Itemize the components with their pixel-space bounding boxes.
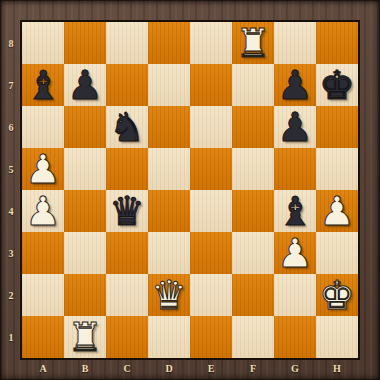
square-b5[interactable]	[64, 148, 106, 190]
file-label-c: C	[106, 357, 148, 380]
piece-white-king[interactable]: ♚	[316, 274, 358, 316]
file-label-a: A	[22, 357, 64, 380]
square-b4[interactable]	[64, 190, 106, 232]
square-h2[interactable]: ♚	[316, 274, 358, 316]
rank-label-5: 5	[0, 148, 22, 190]
square-d4[interactable]	[148, 190, 190, 232]
square-b8[interactable]	[64, 22, 106, 64]
square-g2[interactable]	[274, 274, 316, 316]
square-c6[interactable]: ♞	[106, 106, 148, 148]
square-g6[interactable]: ♟	[274, 106, 316, 148]
square-e1[interactable]	[190, 316, 232, 358]
square-h4[interactable]: ♟	[316, 190, 358, 232]
square-a8[interactable]	[22, 22, 64, 64]
square-d8[interactable]	[148, 22, 190, 64]
square-e2[interactable]	[190, 274, 232, 316]
square-c4[interactable]: ♛	[106, 190, 148, 232]
square-a7[interactable]: ♝	[22, 64, 64, 106]
piece-black-queen[interactable]: ♛	[106, 190, 148, 232]
square-d3[interactable]	[148, 232, 190, 274]
square-e4[interactable]	[190, 190, 232, 232]
file-label-b: B	[64, 357, 106, 380]
square-d1[interactable]	[148, 316, 190, 358]
square-e8[interactable]	[190, 22, 232, 64]
chess-app: ♜♝♟♟♚♞♟♟♟♛♝♟♟♛♚♜ 87654321ABCDEFGH	[0, 0, 380, 380]
square-c2[interactable]	[106, 274, 148, 316]
rank-label-7: 7	[0, 64, 22, 106]
square-f3[interactable]	[232, 232, 274, 274]
piece-black-bishop[interactable]: ♝	[22, 64, 64, 106]
square-b7[interactable]: ♟	[64, 64, 106, 106]
square-d6[interactable]	[148, 106, 190, 148]
square-e6[interactable]	[190, 106, 232, 148]
piece-black-pawn[interactable]: ♟	[274, 106, 316, 148]
square-a3[interactable]	[22, 232, 64, 274]
rank-label-3: 3	[0, 232, 22, 274]
square-a6[interactable]	[22, 106, 64, 148]
square-a5[interactable]: ♟	[22, 148, 64, 190]
rank-label-6: 6	[0, 106, 22, 148]
piece-black-knight[interactable]: ♞	[106, 106, 148, 148]
square-c8[interactable]	[106, 22, 148, 64]
square-b1[interactable]: ♜	[64, 316, 106, 358]
square-h8[interactable]	[316, 22, 358, 64]
file-label-h: H	[316, 357, 358, 380]
square-f1[interactable]	[232, 316, 274, 358]
square-d2[interactable]: ♛	[148, 274, 190, 316]
square-a4[interactable]: ♟	[22, 190, 64, 232]
square-a1[interactable]	[22, 316, 64, 358]
square-g4[interactable]: ♝	[274, 190, 316, 232]
square-f2[interactable]	[232, 274, 274, 316]
square-g5[interactable]	[274, 148, 316, 190]
square-g8[interactable]	[274, 22, 316, 64]
square-d5[interactable]	[148, 148, 190, 190]
rank-label-8: 8	[0, 22, 22, 64]
file-label-d: D	[148, 357, 190, 380]
piece-white-pawn[interactable]: ♟	[22, 148, 64, 190]
square-h6[interactable]	[316, 106, 358, 148]
square-h3[interactable]	[316, 232, 358, 274]
rank-label-4: 4	[0, 190, 22, 232]
rank-label-2: 2	[0, 274, 22, 316]
square-c5[interactable]	[106, 148, 148, 190]
square-b3[interactable]	[64, 232, 106, 274]
piece-black-king[interactable]: ♚	[316, 64, 358, 106]
square-h5[interactable]	[316, 148, 358, 190]
piece-white-rook[interactable]: ♜	[232, 22, 274, 64]
piece-white-rook[interactable]: ♜	[64, 316, 106, 358]
piece-white-pawn[interactable]: ♟	[22, 190, 64, 232]
square-a2[interactable]	[22, 274, 64, 316]
piece-black-pawn[interactable]: ♟	[274, 64, 316, 106]
square-b6[interactable]	[64, 106, 106, 148]
square-h7[interactable]: ♚	[316, 64, 358, 106]
chess-board: ♜♝♟♟♚♞♟♟♟♛♝♟♟♛♚♜	[22, 22, 358, 358]
square-f8[interactable]: ♜	[232, 22, 274, 64]
square-e7[interactable]	[190, 64, 232, 106]
square-c7[interactable]	[106, 64, 148, 106]
square-h1[interactable]	[316, 316, 358, 358]
square-f6[interactable]	[232, 106, 274, 148]
file-label-e: E	[190, 357, 232, 380]
piece-white-pawn[interactable]: ♟	[316, 190, 358, 232]
square-g7[interactable]: ♟	[274, 64, 316, 106]
piece-white-pawn[interactable]: ♟	[274, 232, 316, 274]
piece-black-pawn[interactable]: ♟	[64, 64, 106, 106]
square-e5[interactable]	[190, 148, 232, 190]
square-b2[interactable]	[64, 274, 106, 316]
square-c1[interactable]	[106, 316, 148, 358]
square-f5[interactable]	[232, 148, 274, 190]
file-label-g: G	[274, 357, 316, 380]
square-g1[interactable]	[274, 316, 316, 358]
square-c3[interactable]	[106, 232, 148, 274]
rank-label-1: 1	[0, 316, 22, 358]
square-g3[interactable]: ♟	[274, 232, 316, 274]
piece-white-queen[interactable]: ♛	[148, 274, 190, 316]
square-f7[interactable]	[232, 64, 274, 106]
piece-black-bishop[interactable]: ♝	[274, 190, 316, 232]
square-d7[interactable]	[148, 64, 190, 106]
file-label-f: F	[232, 357, 274, 380]
square-f4[interactable]	[232, 190, 274, 232]
square-e3[interactable]	[190, 232, 232, 274]
